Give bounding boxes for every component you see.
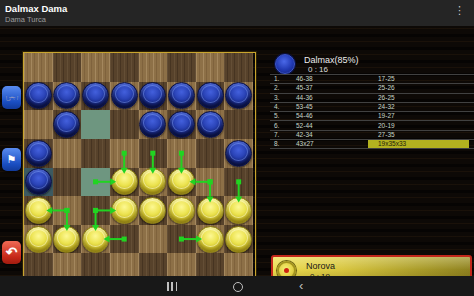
square-r3c4[interactable] <box>110 110 139 139</box>
app-subtitle: Dama Turca <box>5 15 46 24</box>
blue-piece[interactable] <box>225 82 252 109</box>
blue-player-icon <box>275 54 295 74</box>
yellow-piece[interactable] <box>82 226 109 253</box>
move-right-last-move: 19x35x33 <box>368 140 469 148</box>
square-r2c7[interactable] <box>196 82 225 111</box>
yellow-piece[interactable] <box>168 197 195 224</box>
square-r6c5[interactable] <box>139 196 168 225</box>
move-number: 8. <box>270 140 294 148</box>
square-r3c2[interactable] <box>53 110 82 139</box>
square-r1c4[interactable] <box>110 53 139 82</box>
move-right: 27-35 <box>368 131 469 139</box>
move-left: 54-46 <box>294 112 368 120</box>
square-r3c5[interactable] <box>139 110 168 139</box>
move-left: 53-45 <box>294 103 368 111</box>
move-right: 17-25 <box>368 75 469 83</box>
move-left: 46-38 <box>294 75 368 83</box>
yellow-piece[interactable] <box>53 226 80 253</box>
draw-offer-button[interactable]: ☞☜ <box>2 86 21 109</box>
recent-apps-icon[interactable] <box>167 282 177 291</box>
square-r7c1[interactable] <box>24 225 53 254</box>
app-screen: Dalmax Dama Dama Turca ⋮ ☞☜ ⚑ ↶ Dalmax(8… <box>0 0 474 296</box>
square-r5c6[interactable] <box>167 168 196 197</box>
blue-piece[interactable] <box>139 111 166 138</box>
resign-button[interactable]: ⚑ <box>2 148 21 171</box>
square-r3c8[interactable] <box>224 110 253 139</box>
square-r5c8[interactable] <box>224 168 253 197</box>
yellow-piece[interactable] <box>225 197 252 224</box>
white-flag-icon: ⚑ <box>7 153 17 166</box>
move-right: 19-27 <box>368 112 469 120</box>
move-right: 20-19 <box>368 121 469 129</box>
square-r3c6[interactable] <box>167 110 196 139</box>
square-r7c8[interactable] <box>224 225 253 254</box>
blue-piece[interactable] <box>25 168 52 195</box>
blue-piece[interactable] <box>139 82 166 109</box>
square-r6c3[interactable] <box>81 196 110 225</box>
move-left: 52-44 <box>294 122 368 130</box>
move-row[interactable]: 8.43x2719x35x33 <box>270 139 474 149</box>
square-r1c1[interactable] <box>24 53 53 82</box>
square-r7c6[interactable] <box>167 225 196 254</box>
move-number: 7. <box>270 131 294 139</box>
overflow-menu-icon[interactable]: ⋮ <box>454 5 464 16</box>
square-r4c1[interactable] <box>24 139 53 168</box>
blue-piece[interactable] <box>225 140 252 167</box>
move-row[interactable]: 6.52-4420-19 <box>270 120 474 129</box>
move-row[interactable]: 5.54-4619-27 <box>270 111 474 120</box>
square-r2c2[interactable] <box>53 82 82 111</box>
square-r1c7[interactable] <box>196 53 225 82</box>
back-icon[interactable]: ‹ <box>299 278 303 293</box>
move-row[interactable]: 4.53-4524-32 <box>270 102 474 111</box>
square-r4c5[interactable] <box>139 139 168 168</box>
square-r1c2[interactable] <box>53 53 82 82</box>
square-r1c5[interactable] <box>139 53 168 82</box>
home-icon[interactable] <box>233 282 243 292</box>
game-board <box>23 52 256 285</box>
square-r4c2[interactable] <box>53 139 82 168</box>
blue-piece[interactable] <box>53 82 80 109</box>
android-nav-bar: ‹ <box>0 276 474 296</box>
square-r6c2[interactable] <box>53 196 82 225</box>
square-r5c3[interactable] <box>81 168 110 197</box>
square-r6c6[interactable] <box>167 196 196 225</box>
blue-piece[interactable] <box>82 82 109 109</box>
move-row[interactable]: 3.44-3626-25 <box>270 93 474 102</box>
square-r7c2[interactable] <box>53 225 82 254</box>
yellow-piece[interactable] <box>111 197 138 224</box>
square-r2c4[interactable] <box>110 82 139 111</box>
undo-button[interactable]: ↶ <box>2 241 21 264</box>
square-r5c2[interactable] <box>53 168 82 197</box>
blue-piece[interactable] <box>25 140 52 167</box>
square-r2c8[interactable] <box>224 82 253 111</box>
square-r4c8[interactable] <box>224 139 253 168</box>
board-grid <box>24 53 253 282</box>
top-player-name: Dalmax(85%) <box>304 55 359 65</box>
square-r7c5[interactable] <box>139 225 168 254</box>
square-r7c7[interactable] <box>196 225 225 254</box>
square-r2c3[interactable] <box>81 82 110 111</box>
play-area: ☞☜ ⚑ ↶ Dalmax(85%) 0 : 16 1.46-3817-252.… <box>0 26 474 276</box>
move-row[interactable]: 2.45-3725-26 <box>270 83 474 92</box>
blue-piece[interactable] <box>168 111 195 138</box>
blue-piece[interactable] <box>197 111 224 138</box>
move-number: 4. <box>270 103 294 111</box>
top-player-clock: 0 : 16 <box>308 65 328 74</box>
square-r3c3[interactable] <box>81 110 110 139</box>
yellow-piece[interactable] <box>197 197 224 224</box>
square-r4c6[interactable] <box>167 139 196 168</box>
square-r7c4[interactable] <box>110 225 139 254</box>
move-number: 5. <box>270 112 294 120</box>
square-r5c5[interactable] <box>139 168 168 197</box>
yellow-piece[interactable] <box>25 197 52 224</box>
square-r3c7[interactable] <box>196 110 225 139</box>
move-left: 42-34 <box>294 131 368 139</box>
square-r1c6[interactable] <box>167 53 196 82</box>
square-r4c3[interactable] <box>81 139 110 168</box>
move-left: 45-37 <box>294 84 368 92</box>
move-right: 26-25 <box>368 94 469 102</box>
square-r4c7[interactable] <box>196 139 225 168</box>
yellow-piece[interactable] <box>25 226 52 253</box>
square-r5c7[interactable] <box>196 168 225 197</box>
yellow-piece[interactable] <box>225 226 252 253</box>
square-r4c4[interactable] <box>110 139 139 168</box>
move-left: 43x27 <box>294 140 368 148</box>
square-r6c7[interactable] <box>196 196 225 225</box>
move-number: 2. <box>270 84 294 92</box>
app-top-bar: Dalmax Dama Dama Turca ⋮ <box>0 0 474 26</box>
blue-piece[interactable] <box>111 82 138 109</box>
square-r1c3[interactable] <box>81 53 110 82</box>
move-list[interactable]: 1.46-3817-252.45-3725-263.44-3626-254.53… <box>270 74 474 149</box>
yellow-piece[interactable] <box>197 226 224 253</box>
move-number: 1. <box>270 75 294 83</box>
app-title: Dalmax Dama <box>5 3 67 14</box>
move-left: 44-36 <box>294 94 368 102</box>
move-number: 3. <box>270 94 294 102</box>
move-row[interactable]: 1.46-3817-25 <box>270 74 474 83</box>
square-r2c1[interactable] <box>24 82 53 111</box>
square-r3c1[interactable] <box>24 110 53 139</box>
square-r7c3[interactable] <box>81 225 110 254</box>
move-right: 25-26 <box>368 84 469 92</box>
yellow-piece[interactable] <box>139 197 166 224</box>
handshake-icon: ☞☜ <box>5 93 15 103</box>
move-row[interactable]: 7.42-3427-35 <box>270 130 474 139</box>
undo-arrow-icon: ↶ <box>6 244 18 260</box>
move-right: 24-32 <box>368 103 469 111</box>
square-r1c8[interactable] <box>224 53 253 82</box>
square-r2c5[interactable] <box>139 82 168 111</box>
square-r6c1[interactable] <box>24 196 53 225</box>
square-r2c6[interactable] <box>167 82 196 111</box>
square-r5c1[interactable] <box>24 168 53 197</box>
yellow-piece[interactable] <box>168 168 195 195</box>
yellow-piece[interactable] <box>111 168 138 195</box>
bottom-player-name: Norova <box>306 261 335 271</box>
blue-piece[interactable] <box>197 82 224 109</box>
blue-piece[interactable] <box>53 111 80 138</box>
yellow-piece[interactable] <box>139 168 166 195</box>
square-r5c4[interactable] <box>110 168 139 197</box>
square-r6c8[interactable] <box>224 196 253 225</box>
square-r6c4[interactable] <box>110 196 139 225</box>
blue-piece[interactable] <box>168 82 195 109</box>
move-number: 6. <box>270 122 294 130</box>
blue-piece[interactable] <box>25 82 52 109</box>
